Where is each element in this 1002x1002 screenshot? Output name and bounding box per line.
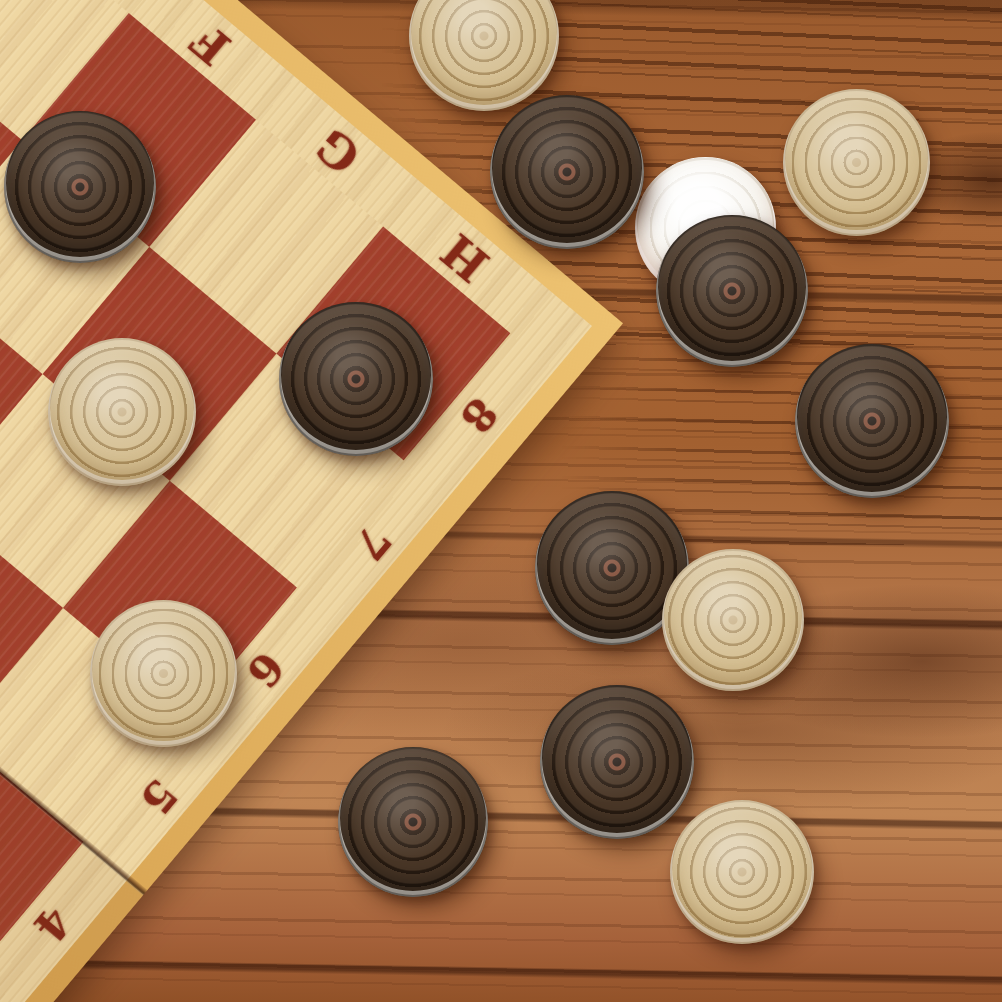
checker-piece-dark (279, 302, 433, 456)
checker-piece-dark (540, 685, 694, 839)
checker-piece-dark (4, 111, 156, 263)
checker-piece-dark (338, 747, 488, 897)
checker-piece-dark (656, 215, 808, 367)
checker-piece-dark (795, 344, 949, 498)
checker-piece-light (48, 338, 196, 486)
checker-piece-light (670, 800, 814, 944)
checker-piece-light (90, 600, 237, 747)
checker-piece-light (662, 549, 804, 691)
checker-piece-light (783, 89, 930, 236)
product-photo-scene: ABCDEFGH 87654321 (0, 0, 1002, 1002)
checker-piece-dark (490, 95, 644, 249)
